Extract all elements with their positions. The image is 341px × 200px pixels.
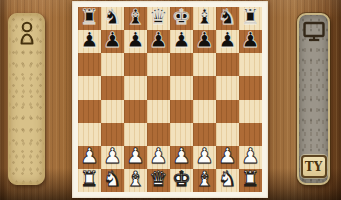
piece-black-pawn[interactable]: ♟: [103, 30, 122, 51]
piece-white-pawn[interactable]: ♟: [172, 146, 191, 167]
square-g7[interactable]: ♟: [216, 30, 239, 53]
square-b4[interactable]: [101, 100, 124, 123]
square-b6[interactable]: [101, 53, 124, 76]
square-g8[interactable]: ♞: [216, 7, 239, 30]
piece-black-rook[interactable]: ♜: [241, 7, 260, 28]
square-c3[interactable]: [124, 123, 147, 146]
square-e1[interactable]: ♚: [170, 169, 193, 192]
pawn-icon: [16, 20, 38, 46]
square-b2[interactable]: ♟: [101, 146, 124, 169]
square-e3[interactable]: [170, 123, 193, 146]
piece-black-pawn[interactable]: ♟: [80, 30, 99, 51]
piece-white-bishop[interactable]: ♝: [195, 169, 214, 190]
square-c7[interactable]: ♟: [124, 30, 147, 53]
square-f3[interactable]: [193, 123, 216, 146]
square-c6[interactable]: [124, 53, 147, 76]
square-h6[interactable]: [239, 53, 262, 76]
piece-black-pawn[interactable]: ♟: [241, 30, 260, 51]
piece-black-bishop[interactable]: ♝: [195, 7, 214, 28]
square-a1[interactable]: ♜: [78, 169, 101, 192]
piece-white-pawn[interactable]: ♟: [149, 146, 168, 167]
square-h7[interactable]: ♟: [239, 30, 262, 53]
square-e8[interactable]: ♚: [170, 7, 193, 30]
piece-black-pawn[interactable]: ♟: [195, 30, 214, 51]
computer-panel: TY: [297, 13, 330, 185]
square-g6[interactable]: [216, 53, 239, 76]
piece-white-knight[interactable]: ♞: [218, 169, 237, 190]
player-panel: [8, 13, 45, 185]
square-d6[interactable]: [147, 53, 170, 76]
square-b5[interactable]: [101, 76, 124, 99]
square-c2[interactable]: ♟: [124, 146, 147, 169]
square-f1[interactable]: ♝: [193, 169, 216, 192]
piece-white-pawn[interactable]: ♟: [218, 146, 237, 167]
monitor-icon: [302, 21, 326, 42]
square-e2[interactable]: ♟: [170, 146, 193, 169]
tools-icon: TY: [305, 160, 323, 174]
square-h3[interactable]: [239, 123, 262, 146]
piece-black-pawn[interactable]: ♟: [126, 30, 145, 51]
square-d7[interactable]: ♟: [147, 30, 170, 53]
piece-white-pawn[interactable]: ♟: [126, 146, 145, 167]
square-d5[interactable]: [147, 76, 170, 99]
square-e5[interactable]: [170, 76, 193, 99]
square-d4[interactable]: [147, 100, 170, 123]
square-b3[interactable]: [101, 123, 124, 146]
piece-black-rook[interactable]: ♜: [80, 7, 99, 28]
square-g2[interactable]: ♟: [216, 146, 239, 169]
square-f7[interactable]: ♟: [193, 30, 216, 53]
square-d1[interactable]: ♛: [147, 169, 170, 192]
square-c5[interactable]: [124, 76, 147, 99]
square-g1[interactable]: ♞: [216, 169, 239, 192]
chess-game-screen: ♜♞♝♛♚♝♞♜♟♟♟♟♟♟♟♟♟♟♟♟♟♟♟♟♜♞♝♛♚♝♞♜ TY: [0, 0, 341, 200]
square-c4[interactable]: [124, 100, 147, 123]
piece-white-pawn[interactable]: ♟: [241, 146, 260, 167]
square-d3[interactable]: [147, 123, 170, 146]
square-a7[interactable]: ♟: [78, 30, 101, 53]
square-h5[interactable]: [239, 76, 262, 99]
piece-white-bishop[interactable]: ♝: [126, 169, 145, 190]
piece-white-pawn[interactable]: ♟: [195, 146, 214, 167]
chess-board-frame: ♜♞♝♛♚♝♞♜♟♟♟♟♟♟♟♟♟♟♟♟♟♟♟♟♜♞♝♛♚♝♞♜: [72, 1, 268, 198]
piece-black-queen[interactable]: ♛: [149, 7, 168, 28]
piece-black-bishop[interactable]: ♝: [126, 7, 145, 28]
square-a6[interactable]: [78, 53, 101, 76]
square-e4[interactable]: [170, 100, 193, 123]
square-h4[interactable]: [239, 100, 262, 123]
piece-white-pawn[interactable]: ♟: [103, 146, 122, 167]
square-g5[interactable]: [216, 76, 239, 99]
square-d8[interactable]: ♛: [147, 7, 170, 30]
square-g4[interactable]: [216, 100, 239, 123]
piece-white-knight[interactable]: ♞: [103, 169, 122, 190]
square-d2[interactable]: ♟: [147, 146, 170, 169]
tools-button[interactable]: TY: [301, 155, 327, 178]
square-f6[interactable]: [193, 53, 216, 76]
piece-black-knight[interactable]: ♞: [218, 7, 237, 28]
square-b8[interactable]: ♞: [101, 7, 124, 30]
square-a5[interactable]: [78, 76, 101, 99]
square-f4[interactable]: [193, 100, 216, 123]
piece-white-king[interactable]: ♚: [172, 169, 191, 190]
square-a3[interactable]: [78, 123, 101, 146]
square-f2[interactable]: ♟: [193, 146, 216, 169]
piece-black-king[interactable]: ♚: [172, 7, 191, 28]
square-e7[interactable]: ♟: [170, 30, 193, 53]
piece-black-pawn[interactable]: ♟: [172, 30, 191, 51]
piece-white-rook[interactable]: ♜: [80, 169, 99, 190]
square-h1[interactable]: ♜: [239, 169, 262, 192]
square-f8[interactable]: ♝: [193, 7, 216, 30]
square-b7[interactable]: ♟: [101, 30, 124, 53]
piece-black-pawn[interactable]: ♟: [218, 30, 237, 51]
square-h8[interactable]: ♜: [239, 7, 262, 30]
piece-black-pawn[interactable]: ♟: [149, 30, 168, 51]
square-f5[interactable]: [193, 76, 216, 99]
square-c8[interactable]: ♝: [124, 7, 147, 30]
square-a2[interactable]: ♟: [78, 146, 101, 169]
piece-white-pawn[interactable]: ♟: [80, 146, 99, 167]
piece-black-knight[interactable]: ♞: [103, 7, 122, 28]
square-h2[interactable]: ♟: [239, 146, 262, 169]
piece-white-queen[interactable]: ♛: [149, 169, 168, 190]
square-g3[interactable]: [216, 123, 239, 146]
chess-board: ♜♞♝♛♚♝♞♜♟♟♟♟♟♟♟♟♟♟♟♟♟♟♟♟♜♞♝♛♚♝♞♜: [78, 7, 262, 192]
square-c1[interactable]: ♝: [124, 169, 147, 192]
square-a8[interactable]: ♜: [78, 7, 101, 30]
square-e6[interactable]: [170, 53, 193, 76]
piece-white-rook[interactable]: ♜: [241, 169, 260, 190]
square-a4[interactable]: [78, 100, 101, 123]
square-b1[interactable]: ♞: [101, 169, 124, 192]
